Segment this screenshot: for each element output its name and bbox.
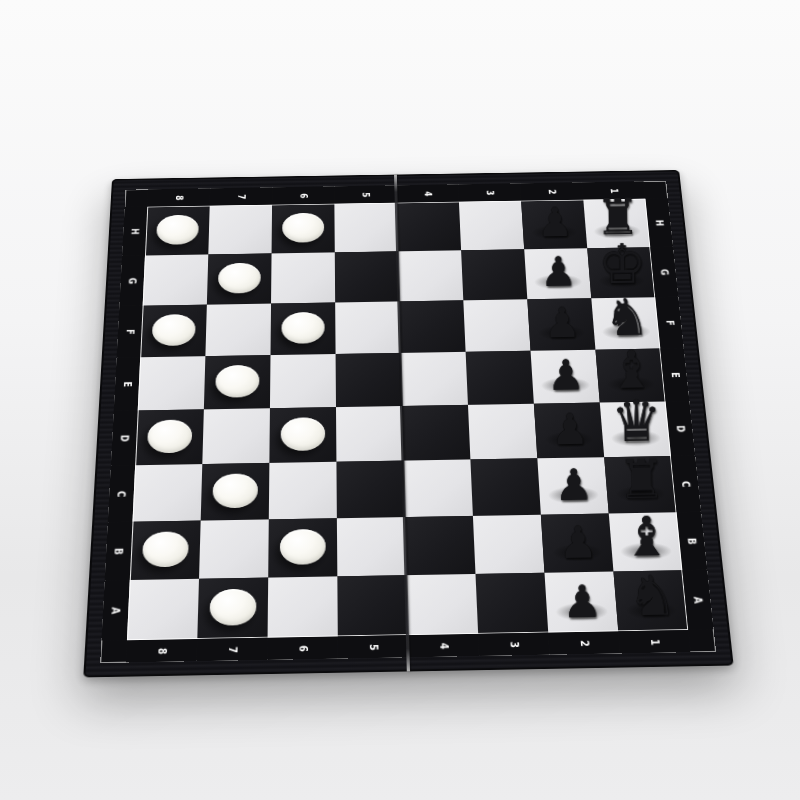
file-label-left-C: C xyxy=(108,465,135,522)
square-f5[interactable] xyxy=(335,301,400,354)
black-king-g1[interactable]: ♚ xyxy=(598,237,647,292)
square-d4[interactable] xyxy=(402,405,470,461)
black-rook-c1[interactable]: ♜ xyxy=(617,452,666,506)
file-label-right-D: D xyxy=(666,401,696,456)
square-h5[interactable] xyxy=(334,203,398,253)
black-queen-d1[interactable]: ♛ xyxy=(611,393,663,451)
white-checker-h6[interactable] xyxy=(282,213,324,243)
white-checker-g7[interactable] xyxy=(218,263,261,294)
square-d3[interactable] xyxy=(468,404,537,460)
black-knight-a1[interactable]: ♞ xyxy=(627,568,677,624)
rank-label-bottom-8: 8 xyxy=(126,639,197,663)
rank-label-bottom-4: 4 xyxy=(408,634,479,658)
square-d7[interactable] xyxy=(202,408,270,464)
square-d6[interactable] xyxy=(269,407,336,463)
square-a2[interactable]: ♟ xyxy=(544,571,618,632)
square-b7[interactable] xyxy=(199,519,269,578)
white-checker-b6[interactable] xyxy=(280,529,326,565)
rank-label-bottom-6: 6 xyxy=(267,636,338,660)
square-g3[interactable] xyxy=(461,249,527,300)
white-checker-b8[interactable] xyxy=(142,531,189,567)
black-pawn-g2[interactable]: ♟ xyxy=(540,252,577,293)
product-photo-scene: 8877665544332211HHGGFFEEDDCCBBAA♟♜♟♚♟♞♟♝… xyxy=(99,103,701,705)
white-checker-d6[interactable] xyxy=(281,417,326,451)
file-label-right-A: A xyxy=(682,570,713,630)
square-b5[interactable] xyxy=(337,517,407,576)
file-label-left-D: D xyxy=(111,411,138,466)
file-label-right-F: F xyxy=(655,297,684,349)
rank-label-top-3: 3 xyxy=(458,183,521,201)
square-e8[interactable] xyxy=(138,356,206,410)
square-g2[interactable]: ♟ xyxy=(524,248,591,299)
white-checker-f6[interactable] xyxy=(281,312,324,344)
rank-label-bottom-5: 5 xyxy=(338,635,409,659)
square-e6[interactable] xyxy=(270,354,336,408)
square-c6[interactable] xyxy=(269,462,337,520)
rank-label-bottom-1: 1 xyxy=(618,630,690,654)
square-a6[interactable] xyxy=(268,576,338,637)
black-pawn-h2[interactable]: ♟ xyxy=(537,202,574,243)
white-checker-a7[interactable] xyxy=(209,589,256,626)
square-g5[interactable] xyxy=(335,251,399,302)
file-label-left-A: A xyxy=(101,580,129,641)
square-b4[interactable] xyxy=(405,516,476,575)
square-b2[interactable]: ♟ xyxy=(541,513,614,572)
square-h2[interactable]: ♟ xyxy=(521,200,587,250)
black-knight-f1[interactable]: ♞ xyxy=(604,291,651,343)
rank-label-top-8: 8 xyxy=(147,188,210,206)
rank-label-bottom-2: 2 xyxy=(548,631,620,655)
square-f6[interactable] xyxy=(270,302,335,355)
black-bishop-b1[interactable]: ♝ xyxy=(622,509,672,564)
square-d2[interactable]: ♟ xyxy=(534,403,604,459)
square-h6[interactable] xyxy=(272,204,335,254)
file-label-left-F: F xyxy=(117,306,143,358)
square-g6[interactable] xyxy=(271,252,335,303)
square-a1[interactable]: ♞ xyxy=(613,570,688,631)
black-pawn-a2[interactable]: ♟ xyxy=(562,580,603,625)
square-c7[interactable] xyxy=(201,463,270,521)
square-g4[interactable] xyxy=(398,250,463,301)
folding-chessboard: 8877665544332211HHGGFFEEDDCCBBAA♟♜♟♚♟♞♟♝… xyxy=(83,170,733,677)
rank-label-bottom-7: 7 xyxy=(197,638,268,662)
square-e2[interactable]: ♟ xyxy=(531,350,600,404)
square-a7[interactable] xyxy=(197,578,268,639)
file-label-left-B: B xyxy=(105,522,133,581)
rank-label-top-5: 5 xyxy=(334,185,396,203)
square-a4[interactable] xyxy=(406,574,478,635)
square-h8[interactable] xyxy=(145,206,210,256)
board-plate: 8877665544332211HHGGFFEEDDCCBBAA♟♜♟♚♟♞♟♝… xyxy=(100,181,716,663)
square-d8[interactable] xyxy=(135,409,204,465)
square-h7[interactable] xyxy=(208,205,272,255)
file-label-right-G: G xyxy=(650,247,678,297)
rank-label-bottom-3: 3 xyxy=(478,633,549,657)
square-f2[interactable]: ♟ xyxy=(527,298,595,351)
square-f8[interactable] xyxy=(140,305,207,358)
black-pawn-e2[interactable]: ♟ xyxy=(547,354,585,397)
square-b8[interactable] xyxy=(130,521,201,580)
black-pawn-c2[interactable]: ♟ xyxy=(554,464,593,508)
black-pawn-b2[interactable]: ♟ xyxy=(558,521,598,566)
rank-label-top-7: 7 xyxy=(210,187,273,205)
square-f3[interactable] xyxy=(463,299,530,352)
square-g7[interactable] xyxy=(207,253,272,304)
square-d5[interactable] xyxy=(336,406,403,462)
file-label-left-E: E xyxy=(114,357,141,411)
rank-label-top-4: 4 xyxy=(396,184,459,202)
square-c4[interactable] xyxy=(403,460,472,518)
white-checker-h8[interactable] xyxy=(156,215,199,245)
square-c5[interactable] xyxy=(336,461,404,519)
black-pawn-d2[interactable]: ♟ xyxy=(551,408,590,451)
square-e3[interactable] xyxy=(466,351,534,405)
square-h4[interactable] xyxy=(397,202,461,252)
square-c8[interactable] xyxy=(133,464,203,522)
square-b3[interactable] xyxy=(473,515,545,574)
square-e5[interactable] xyxy=(336,353,402,407)
square-f7[interactable] xyxy=(205,304,271,357)
square-a3[interactable] xyxy=(475,573,548,634)
white-checker-f8[interactable] xyxy=(152,314,196,346)
square-b1[interactable]: ♝ xyxy=(609,512,683,571)
file-label-left-H: H xyxy=(122,207,147,256)
square-f4[interactable] xyxy=(399,300,465,353)
square-a5[interactable] xyxy=(337,575,408,636)
white-checker-d8[interactable] xyxy=(147,419,193,453)
white-checker-e7[interactable] xyxy=(215,365,259,398)
black-pawn-f2[interactable]: ♟ xyxy=(543,302,581,344)
square-b6[interactable] xyxy=(268,518,337,577)
white-checker-c7[interactable] xyxy=(212,473,258,508)
square-c2[interactable]: ♟ xyxy=(537,457,608,514)
square-g8[interactable] xyxy=(143,254,209,305)
square-c3[interactable] xyxy=(470,458,540,515)
file-label-left-G: G xyxy=(119,255,145,306)
rank-label-top-6: 6 xyxy=(272,186,334,204)
square-h3[interactable] xyxy=(459,201,524,251)
square-a8[interactable] xyxy=(127,579,199,640)
square-e7[interactable] xyxy=(204,355,271,409)
square-e4[interactable] xyxy=(401,352,468,406)
